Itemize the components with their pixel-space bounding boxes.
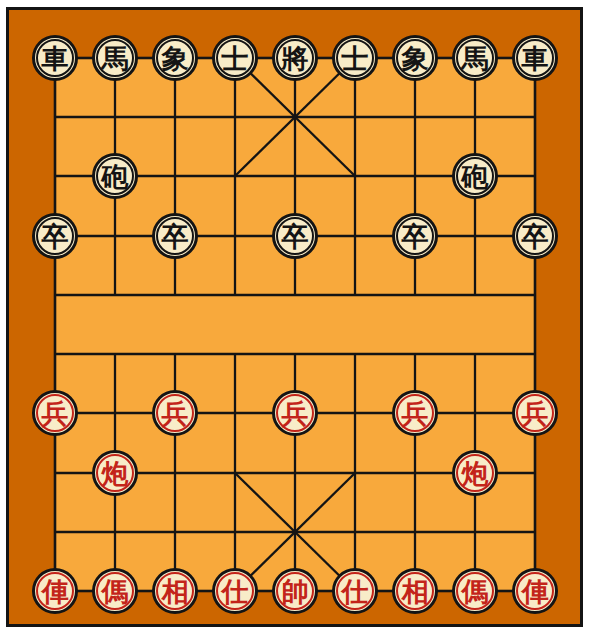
piece-glyph: 卒 (402, 223, 429, 250)
piece-glyph: 兵 (162, 400, 189, 427)
piece-black-soldier[interactable]: 卒 (392, 213, 438, 259)
piece-glyph: 炮 (462, 460, 489, 487)
piece-glyph: 仕 (222, 578, 249, 605)
piece-black-horse[interactable]: 馬 (452, 35, 498, 81)
piece-red-general[interactable]: 帥 (272, 568, 318, 614)
piece-red-soldier[interactable]: 兵 (392, 390, 438, 436)
piece-glyph: 卒 (282, 223, 309, 250)
piece-black-chariot[interactable]: 車 (32, 35, 78, 81)
piece-black-elephant[interactable]: 象 (152, 35, 198, 81)
piece-red-soldier[interactable]: 兵 (152, 390, 198, 436)
piece-black-advisor[interactable]: 士 (212, 35, 258, 81)
piece-glyph: 士 (222, 45, 249, 72)
piece-glyph: 砲 (462, 163, 489, 190)
piece-red-chariot[interactable]: 俥 (32, 568, 78, 614)
piece-glyph: 相 (162, 578, 189, 605)
piece-glyph: 兵 (402, 400, 429, 427)
piece-glyph: 卒 (42, 223, 69, 250)
piece-glyph: 砲 (102, 163, 129, 190)
piece-glyph: 馬 (462, 45, 489, 72)
piece-red-soldier[interactable]: 兵 (32, 390, 78, 436)
piece-red-advisor[interactable]: 仕 (212, 568, 258, 614)
piece-black-general[interactable]: 將 (272, 35, 318, 81)
piece-red-soldier[interactable]: 兵 (512, 390, 558, 436)
piece-glyph: 帥 (282, 578, 309, 605)
piece-glyph: 車 (42, 45, 69, 72)
piece-glyph: 傌 (462, 578, 489, 605)
piece-glyph: 仕 (342, 578, 369, 605)
piece-red-chariot[interactable]: 俥 (512, 568, 558, 614)
piece-black-soldier[interactable]: 卒 (152, 213, 198, 259)
pieces-layer: 車馬象士將士象馬車砲砲卒卒卒卒卒兵兵兵兵兵炮炮俥傌相仕帥仕相傌俥 (0, 0, 599, 631)
piece-glyph: 兵 (42, 400, 69, 427)
piece-glyph: 車 (522, 45, 549, 72)
piece-glyph: 炮 (102, 460, 129, 487)
piece-glyph: 馬 (102, 45, 129, 72)
piece-black-cannon[interactable]: 砲 (92, 153, 138, 199)
piece-black-chariot[interactable]: 車 (512, 35, 558, 81)
piece-glyph: 卒 (162, 223, 189, 250)
piece-red-elephant[interactable]: 相 (152, 568, 198, 614)
piece-glyph: 將 (282, 45, 309, 72)
piece-black-elephant[interactable]: 象 (392, 35, 438, 81)
piece-red-elephant[interactable]: 相 (392, 568, 438, 614)
piece-red-horse[interactable]: 傌 (92, 568, 138, 614)
piece-glyph: 兵 (522, 400, 549, 427)
piece-glyph: 士 (342, 45, 369, 72)
piece-glyph: 象 (402, 45, 429, 72)
xiangqi-board: 車馬象士將士象馬車砲砲卒卒卒卒卒兵兵兵兵兵炮炮俥傌相仕帥仕相傌俥 (0, 0, 599, 631)
piece-glyph: 俥 (42, 578, 69, 605)
piece-glyph: 象 (162, 45, 189, 72)
piece-black-cannon[interactable]: 砲 (452, 153, 498, 199)
piece-glyph: 卒 (522, 223, 549, 250)
piece-black-soldier[interactable]: 卒 (32, 213, 78, 259)
piece-glyph: 傌 (102, 578, 129, 605)
piece-red-cannon[interactable]: 炮 (92, 450, 138, 496)
piece-black-soldier[interactable]: 卒 (272, 213, 318, 259)
piece-glyph: 俥 (522, 578, 549, 605)
piece-red-cannon[interactable]: 炮 (452, 450, 498, 496)
piece-black-advisor[interactable]: 士 (332, 35, 378, 81)
piece-glyph: 兵 (282, 400, 309, 427)
piece-red-advisor[interactable]: 仕 (332, 568, 378, 614)
piece-glyph: 相 (402, 578, 429, 605)
piece-red-soldier[interactable]: 兵 (272, 390, 318, 436)
piece-black-horse[interactable]: 馬 (92, 35, 138, 81)
piece-black-soldier[interactable]: 卒 (512, 213, 558, 259)
piece-red-horse[interactable]: 傌 (452, 568, 498, 614)
